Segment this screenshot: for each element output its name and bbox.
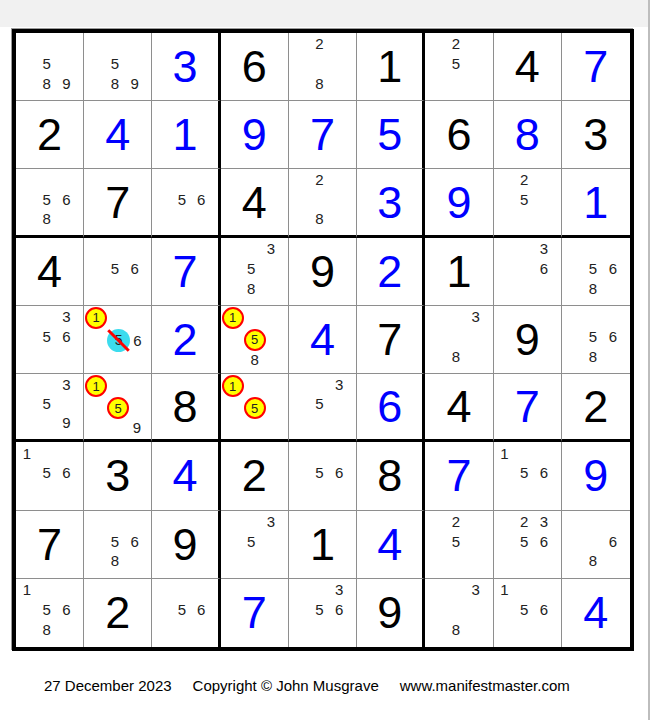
candidate-digit: 5	[310, 394, 330, 413]
pencil-marks: 35	[222, 512, 281, 571]
candidate-digit: 8	[37, 73, 57, 93]
given-digit: 8	[377, 453, 402, 498]
pencil-marks: 36	[495, 239, 554, 298]
cell-r1c3[interactable]: 3	[152, 33, 220, 101]
cell-r8c3[interactable]: 9	[152, 511, 220, 579]
candidate-digit: 3	[261, 512, 281, 532]
cell-r9c8[interactable]: 156	[494, 579, 562, 647]
pencil-marks: 359	[17, 375, 76, 432]
solved-digit: 4	[310, 317, 335, 362]
pencil-marks: 56	[153, 170, 210, 227]
window-top-band	[0, 0, 650, 27]
given-digit: 2	[37, 112, 62, 157]
solved-digit: 7	[515, 384, 540, 429]
solved-digit: 7	[242, 590, 267, 635]
cell-r6c9[interactable]: 2	[562, 374, 630, 442]
cell-r2c7[interactable]: 6	[425, 101, 493, 169]
cell-r3c6[interactable]: 3	[357, 169, 425, 237]
given-digit: 9	[515, 317, 540, 362]
candidate-digit: 6	[56, 190, 76, 209]
candidate-digit: 5	[37, 600, 57, 620]
candidate-digit: 5	[514, 463, 534, 483]
pencil-marks: 56	[85, 239, 144, 298]
given-digit: 7	[105, 180, 130, 225]
pencil-marks: 568	[85, 512, 144, 571]
solved-digit: 4	[105, 112, 130, 157]
cell-r8c2[interactable]: 568	[84, 511, 152, 579]
cell-r3c1[interactable]: 568	[16, 169, 84, 237]
solved-digit: 7	[310, 112, 335, 157]
cell-r1c1[interactable]: 589	[16, 33, 84, 101]
candidate-digit: 5	[173, 600, 192, 620]
cell-r5c3[interactable]: 2	[152, 306, 220, 374]
solved-digit: 9	[446, 180, 471, 225]
eliminated-candidate: 5	[107, 329, 130, 352]
cell-r3c7[interactable]: 9	[425, 169, 493, 237]
cell-r2c5[interactable]: 7	[289, 101, 357, 169]
candidate-digit: 9	[56, 73, 76, 93]
cell-r2c9[interactable]: 3	[562, 101, 630, 169]
cell-r1c9[interactable]: 7	[562, 33, 630, 101]
candidate-digit: 3	[466, 307, 486, 327]
given-digit: 2	[583, 384, 608, 429]
solved-digit: 4	[377, 522, 402, 567]
candidate-digit: 2	[514, 170, 534, 189]
pencil-marks: 356	[290, 580, 349, 640]
candidate-digit: 8	[105, 73, 125, 93]
cell-r6c5[interactable]: 35	[289, 374, 357, 442]
given-digit: 9	[310, 249, 335, 294]
cell-r2c3[interactable]: 1	[152, 101, 220, 169]
cell-r7c5[interactable]: 56	[289, 442, 357, 510]
candidate-digit: 8	[583, 346, 603, 366]
candidate-digit: 5	[105, 258, 125, 278]
cell-r2c8[interactable]: 8	[494, 101, 562, 169]
given-digit: 4	[446, 384, 471, 429]
cell-r5c1[interactable]: 356	[16, 306, 84, 374]
cell-r9c3[interactable]: 56	[152, 579, 220, 647]
candidate-digit: 5	[514, 190, 534, 209]
cell-r8c9[interactable]: 68	[562, 511, 630, 579]
cell-r5c8[interactable]: 9	[494, 306, 562, 374]
solved-digit: 9	[583, 453, 608, 498]
cell-r5c9[interactable]: 568	[562, 306, 630, 374]
candidate-digit: 3	[329, 375, 349, 394]
candidate-digit: 8	[310, 209, 330, 228]
given-digit: 1	[377, 44, 402, 89]
pencil-marks: 159	[85, 375, 144, 432]
candidate-digit: 6	[329, 600, 349, 620]
candidate-digit: 2	[310, 170, 330, 189]
solved-digit: 7	[446, 453, 471, 498]
pencil-marks: 358	[222, 239, 281, 298]
pencil-marks: 589	[17, 34, 76, 93]
solved-digit: 2	[173, 317, 198, 362]
cell-r6c4[interactable]: 15	[221, 374, 289, 442]
cell-r1c2[interactable]: 589	[84, 33, 152, 101]
given-digit: 6	[242, 44, 267, 89]
cell-r7c2[interactable]: 3	[84, 442, 152, 510]
cell-r7c1[interactable]: 156	[16, 442, 84, 510]
pencil-marks: 589	[85, 34, 144, 93]
cell-r8c1[interactable]: 7	[16, 511, 84, 579]
cell-r8c6[interactable]: 4	[357, 511, 425, 579]
footer-copyright: Copyright © John Musgrave	[193, 677, 379, 694]
cell-r9c4[interactable]: 7	[221, 579, 289, 647]
cell-r1c8[interactable]: 4	[494, 33, 562, 101]
footer-date: 27 December 2023	[44, 677, 172, 694]
candidate-digit: 5	[105, 54, 125, 74]
cell-r8c5[interactable]: 1	[289, 511, 357, 579]
cell-r3c5[interactable]: 28	[289, 169, 357, 237]
chain-candidate: 5	[107, 397, 129, 419]
candidate-digit: 1	[17, 580, 37, 600]
solved-digit: 1	[583, 180, 608, 225]
cell-r4c3[interactable]: 7	[152, 238, 220, 306]
pencil-marks: 56	[153, 580, 210, 640]
cell-r9c6[interactable]: 9	[357, 579, 425, 647]
cell-r3c4[interactable]: 4	[221, 169, 289, 237]
solved-digit: 9	[242, 112, 267, 157]
pencil-marks: 28	[290, 34, 349, 93]
cell-r9c9[interactable]: 4	[562, 579, 630, 647]
chain-candidate: 1	[222, 375, 244, 397]
candidate-digit: 2	[446, 512, 466, 532]
solved-digit: 2	[377, 249, 402, 294]
candidate-digit: 5	[37, 327, 57, 347]
cell-r2c4[interactable]: 9	[221, 101, 289, 169]
given-digit: 9	[377, 590, 402, 635]
pencil-marks: 158	[222, 307, 281, 366]
pencil-marks: 25	[426, 512, 485, 571]
cell-r9c2[interactable]: 2	[84, 579, 152, 647]
solved-digit: 3	[173, 44, 198, 89]
candidate-digit: 8	[446, 620, 466, 640]
pencil-marks: 356	[17, 307, 76, 366]
solved-digit: 1	[173, 112, 198, 157]
cell-r9c1[interactable]: 1568	[16, 579, 84, 647]
given-digit: 4	[515, 44, 540, 89]
pencil-marks: 28	[290, 170, 349, 227]
cell-r5c2[interactable]: 156	[84, 306, 152, 374]
pencil-marks: 56	[290, 443, 349, 502]
pencil-marks: 156	[85, 307, 144, 366]
given-digit: 2	[105, 590, 130, 635]
cell-r4c5[interactable]: 9	[289, 238, 357, 306]
given-digit: 9	[173, 522, 198, 567]
given-digit: 7	[37, 522, 62, 567]
cell-r5c7[interactable]: 38	[425, 306, 493, 374]
cell-r8c8[interactable]: 2356	[494, 511, 562, 579]
chain-candidate: 1	[222, 307, 244, 329]
candidate-digit: 3	[534, 239, 554, 259]
cell-r4c2[interactable]: 56	[84, 238, 152, 306]
cell-r5c5[interactable]: 4	[289, 306, 357, 374]
pencil-marks: 568	[563, 239, 623, 298]
cell-r3c2[interactable]: 7	[84, 169, 152, 237]
cell-r6c6[interactable]: 6	[357, 374, 425, 442]
cell-r7c9[interactable]: 9	[562, 442, 630, 510]
solved-digit: 4	[173, 453, 198, 498]
candidate-digit: 2	[514, 512, 534, 532]
candidate-digit: 2	[310, 34, 330, 54]
pencil-marks: 568	[563, 307, 623, 366]
cell-r5c6[interactable]: 7	[357, 306, 425, 374]
cell-r6c7[interactable]: 4	[425, 374, 493, 442]
given-digit: 1	[310, 522, 335, 567]
solved-digit: 4	[583, 590, 608, 635]
pencil-marks: 156	[495, 443, 554, 502]
candidate-digit: 6	[534, 258, 554, 278]
cell-r3c9[interactable]: 1	[562, 169, 630, 237]
pencil-marks: 35	[290, 375, 349, 432]
candidate-digit: 1	[17, 443, 37, 463]
given-digit: 8	[173, 384, 198, 429]
candidate-digit: 5	[514, 600, 534, 620]
chain-candidate: 5	[244, 329, 266, 351]
cell-r2c1[interactable]: 2	[16, 101, 84, 169]
cell-r9c5[interactable]: 356	[289, 579, 357, 647]
candidate-digit: 3	[466, 580, 486, 600]
candidate-digit: 6	[56, 327, 76, 347]
cell-r6c8[interactable]: 7	[494, 374, 562, 442]
given-digit: 6	[446, 112, 471, 157]
candidate-digit: 8	[244, 351, 266, 368]
candidate-digit: 5	[583, 258, 603, 278]
pencil-marks: 38	[426, 307, 485, 366]
candidate-digit: 6	[534, 600, 554, 620]
pencil-marks: 1568	[17, 580, 76, 640]
candidate-digit: 5	[446, 54, 466, 74]
cell-r6c2[interactable]: 159	[84, 374, 152, 442]
candidate-digit: 3	[534, 512, 554, 532]
candidate-digit: 5	[37, 190, 57, 209]
given-digit: 4	[37, 249, 62, 294]
candidate-digit: 8	[446, 346, 466, 366]
cell-r4c6[interactable]: 2	[357, 238, 425, 306]
candidate-digit: 5	[310, 600, 330, 620]
pencil-marks: 15	[222, 375, 281, 432]
cell-r1c6[interactable]: 1	[357, 33, 425, 101]
footer-website: www.manifestmaster.com	[400, 677, 570, 694]
given-digit: 3	[583, 112, 608, 157]
candidate-digit: 5	[37, 463, 57, 483]
candidate-digit: 6	[192, 190, 211, 209]
candidate-digit: 8	[105, 551, 125, 571]
candidate-digit: 2	[446, 34, 466, 54]
candidate-digit: 6	[534, 531, 554, 551]
chain-candidate: 1	[85, 307, 107, 329]
candidate-digit: 9	[129, 419, 144, 436]
footer: 27 December 2023 Copyright © John Musgra…	[44, 674, 570, 696]
candidate-digit: 6	[56, 463, 76, 483]
candidate-digit: 5	[105, 531, 125, 551]
candidate-digit: 5	[583, 327, 603, 347]
pencil-marks: 2356	[495, 512, 554, 571]
cell-r7c3[interactable]: 4	[152, 442, 220, 510]
candidate-digit: 6	[130, 329, 144, 352]
candidate-digit: 5	[173, 190, 192, 209]
candidate-digit: 6	[125, 258, 145, 278]
candidate-digit: 6	[192, 600, 211, 620]
candidate-digit: 9	[125, 73, 145, 93]
cell-r2c2[interactable]: 4	[84, 101, 152, 169]
pencil-marks: 156	[495, 580, 554, 640]
cell-r4c9[interactable]: 568	[562, 238, 630, 306]
cell-r1c7[interactable]: 25	[425, 33, 493, 101]
given-digit: 2	[242, 453, 267, 498]
cell-r7c6[interactable]: 8	[357, 442, 425, 510]
cell-r3c3[interactable]: 56	[152, 169, 220, 237]
cell-r8c4[interactable]: 35	[221, 511, 289, 579]
candidate-digit: 5	[446, 531, 466, 551]
cell-r4c8[interactable]: 36	[494, 238, 562, 306]
cell-r7c8[interactable]: 156	[494, 442, 562, 510]
cell-r4c7[interactable]: 1	[425, 238, 493, 306]
candidate-digit: 3	[56, 307, 76, 327]
pencil-marks: 156	[17, 443, 76, 502]
candidate-digit: 6	[603, 258, 623, 278]
candidate-digit: 1	[495, 443, 515, 463]
pencil-marks: 68	[563, 512, 623, 571]
candidate-digit: 8	[583, 278, 603, 298]
cell-r3c8[interactable]: 25	[494, 169, 562, 237]
cell-r5c4[interactable]: 158	[221, 306, 289, 374]
cell-r1c5[interactable]: 28	[289, 33, 357, 101]
candidate-digit: 5	[37, 54, 57, 74]
candidate-digit: 6	[329, 463, 349, 483]
candidate-digit: 8	[37, 620, 57, 640]
solved-digit: 6	[377, 384, 402, 429]
solved-digit: 7	[583, 44, 608, 89]
candidate-digit: 6	[56, 600, 76, 620]
candidate-digit: 5	[37, 394, 57, 413]
given-digit: 4	[242, 180, 267, 225]
candidate-digit: 5	[241, 258, 261, 278]
candidate-digit: 6	[125, 531, 145, 551]
candidate-digit: 8	[241, 278, 261, 298]
candidate-digit: 5	[310, 463, 330, 483]
cell-r2c6[interactable]: 5	[357, 101, 425, 169]
solved-digit: 3	[377, 180, 402, 225]
candidate-digit: 3	[261, 239, 281, 259]
cell-r6c1[interactable]: 359	[16, 374, 84, 442]
pencil-marks: 25	[426, 34, 485, 93]
cell-r1c4[interactable]: 6	[221, 33, 289, 101]
solved-digit: 5	[377, 112, 402, 157]
given-digit: 1	[446, 249, 471, 294]
candidate-digit: 8	[583, 551, 603, 571]
cell-r7c4[interactable]: 2	[221, 442, 289, 510]
pencil-marks: 568	[17, 170, 76, 227]
solved-digit: 8	[515, 112, 540, 157]
candidate-digit: 3	[56, 375, 76, 394]
cell-r8c7[interactable]: 25	[425, 511, 493, 579]
given-digit: 3	[105, 453, 130, 498]
candidate-digit: 9	[56, 413, 76, 432]
pencil-marks: 25	[495, 170, 554, 227]
candidate-digit: 6	[534, 463, 554, 483]
candidate-digit: 8	[310, 73, 330, 93]
given-digit: 7	[377, 317, 402, 362]
candidate-digit: 6	[603, 327, 623, 347]
candidate-digit: 1	[495, 580, 515, 600]
cell-r6c3[interactable]: 8	[152, 374, 220, 442]
candidate-digit: 8	[37, 209, 57, 228]
chain-candidate: 1	[85, 375, 107, 397]
candidate-digit: 6	[603, 531, 623, 551]
candidate-digit: 5	[514, 531, 534, 551]
sudoku-board: 5895893628125472419756835687564283925145…	[12, 29, 634, 651]
chain-candidate: 5	[244, 397, 266, 419]
cell-r4c4[interactable]: 358	[221, 238, 289, 306]
cell-r9c7[interactable]: 38	[425, 579, 493, 647]
pencil-marks: 38	[426, 580, 485, 640]
cell-r4c1[interactable]: 4	[16, 238, 84, 306]
solved-digit: 7	[173, 249, 198, 294]
cell-r7c7[interactable]: 7	[425, 442, 493, 510]
candidate-digit: 5	[241, 531, 261, 551]
candidate-digit: 3	[329, 580, 349, 600]
